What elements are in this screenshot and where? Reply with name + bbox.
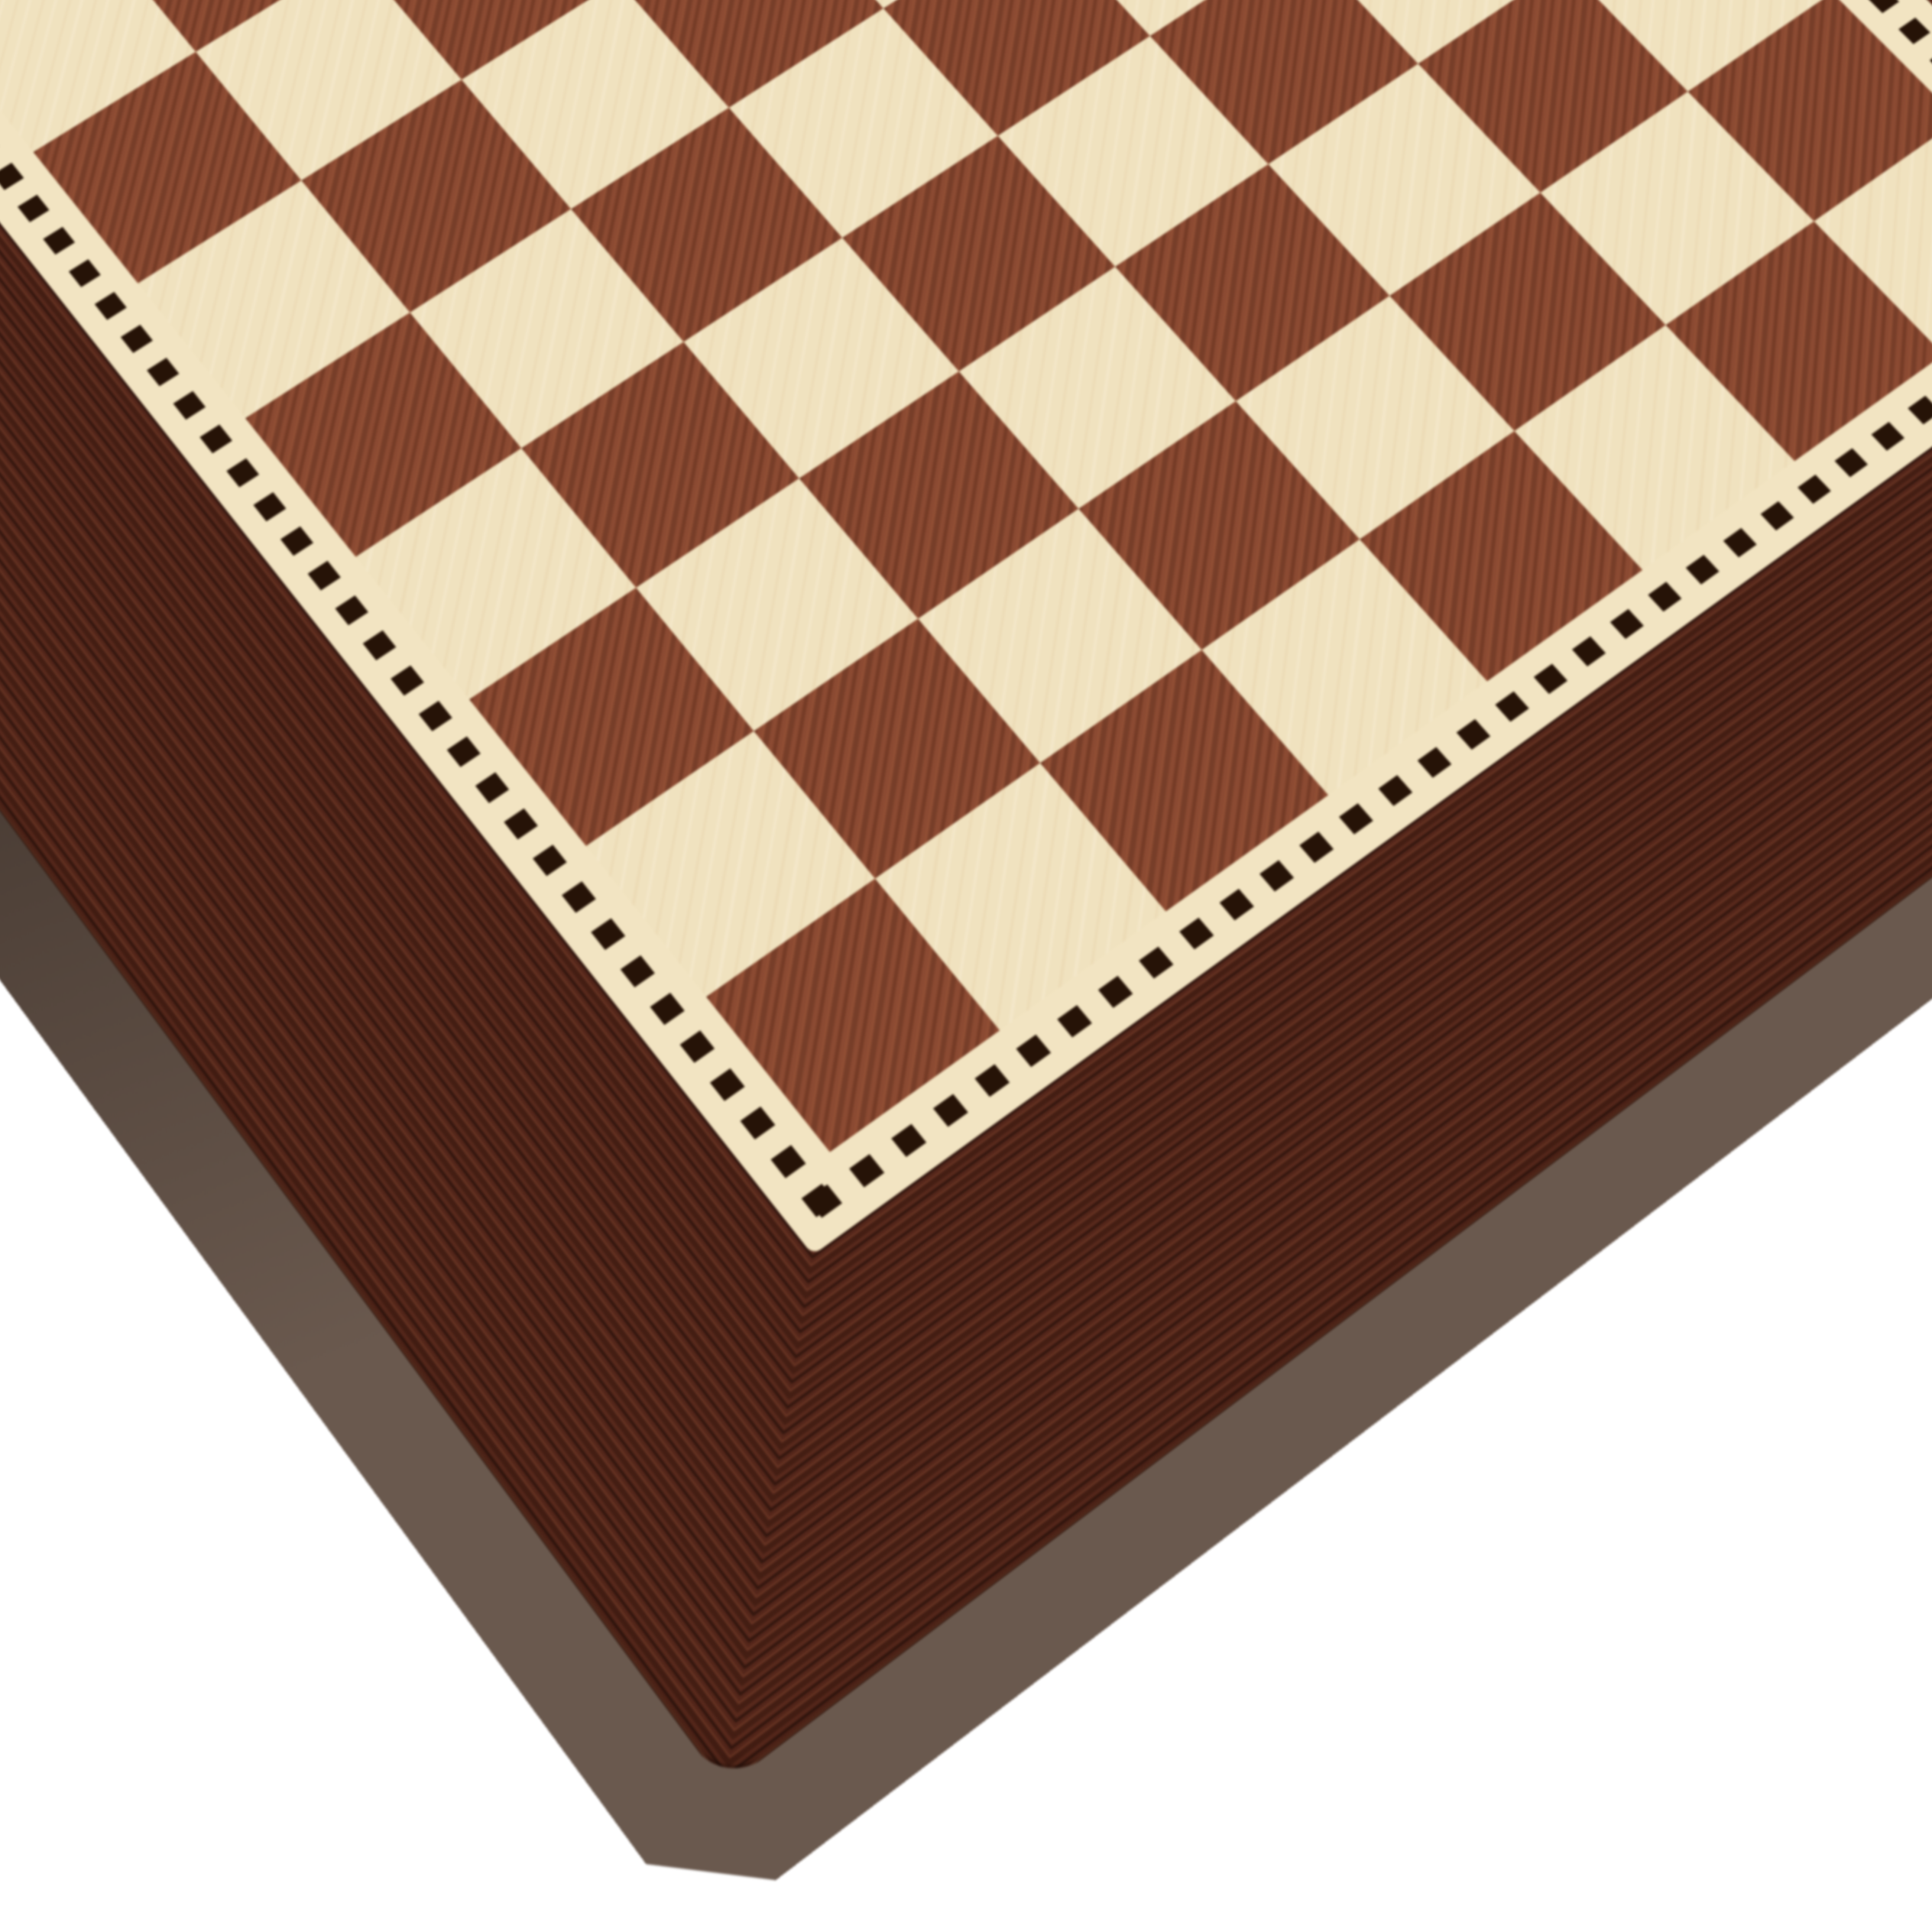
photo-scene [0, 0, 1932, 1932]
photo-background [0, 0, 1932, 1932]
board-top-surface [0, 0, 1932, 1787]
chess-board [0, 0, 1932, 1787]
